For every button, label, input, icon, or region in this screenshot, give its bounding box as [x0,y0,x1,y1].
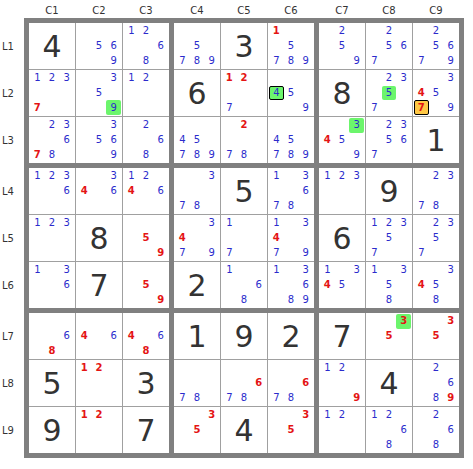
cell-L3C5[interactable]: 278 [221,117,267,163]
cell-L9C9[interactable]: 268 [413,407,459,453]
cell-L7C6[interactable]: 2 [268,313,314,359]
candidate-empty [396,147,411,162]
candidate-empty [284,184,299,199]
candidate-empty [320,376,335,391]
candidate-empty [414,361,429,376]
candidate-empty [349,278,364,293]
candidate-grid: 3458 [413,262,459,308]
candidate-empty [269,292,284,307]
candidate-empty [284,24,299,39]
corner-spacer [2,2,24,18]
candidate-empty [320,39,335,54]
cell-L6C1[interactable]: 136 [29,262,75,308]
candidate-7: 7 [175,390,190,405]
candidate-empty [443,329,458,344]
cell-L4C7[interactable]: 123 [319,168,365,214]
candidate-1: 1 [320,169,335,184]
cell-L2C7[interactable]: 8 [319,70,365,116]
candidate-5: 5 [92,86,107,101]
candidate-empty [77,198,92,213]
candidate-empty [190,231,205,246]
candidate-empty [429,100,444,115]
candidate-empty [30,314,45,329]
candidate-empty [269,361,284,376]
candidate-empty [284,376,299,391]
cell-L6C7[interactable]: 1345 [319,262,365,308]
candidate-empty [251,292,266,307]
candidate-empty [237,263,252,278]
row-label-L6: L6 [2,262,24,308]
candidate-6: 6 [153,184,168,199]
cell-L4C8[interactable]: 9 [366,168,412,214]
candidate-grid: 123 [319,168,365,214]
candidate-6: 6 [443,39,458,54]
candidate-empty [429,376,444,391]
row-label-L8: L8 [2,360,24,406]
candidate-2: 2 [335,24,350,39]
candidate-empty [367,24,382,39]
candidate-3: 3 [349,263,364,278]
candidate-3-eliminated: 3 [204,408,219,423]
candidate-empty [298,133,313,148]
cell-L1C6[interactable]: 15789 [268,23,314,69]
candidate-2: 2 [382,216,397,231]
candidate-5-eliminated: 5 [429,329,444,344]
cell-L2C9[interactable]: 34579 [413,70,459,116]
box-2: 578931578961274594578927845789 [174,23,314,163]
candidate-empty [429,263,444,278]
cell-L7C1[interactable]: 68 [29,313,75,359]
candidate-grid: 3459 [319,117,365,163]
cell-L9C7[interactable]: 12 [319,407,365,453]
candidate-1: 1 [367,263,382,278]
candidate-empty [382,100,397,115]
column-label-C1: C1 [29,4,75,18]
candidate-9: 9 [204,53,219,68]
candidate-2: 2 [335,169,350,184]
row-label-L5: L5 [2,215,24,261]
candidate-empty [204,390,219,405]
cell-L7C7[interactable]: 7 [319,313,365,359]
candidate-5-eliminated: 5 [190,423,205,438]
cell-L5C1[interactable]: 123 [29,215,75,261]
candidate-empty [367,314,382,329]
candidate-empty [92,100,107,115]
candidate-5: 5 [92,133,107,148]
cell-L6C8[interactable]: 1358 [366,262,412,308]
candidate-grid: 12357 [366,215,412,261]
candidate-4-eliminated: 4 [77,329,92,344]
candidate-2: 2 [429,216,444,231]
candidate-empty [124,343,139,358]
big-digit: 1 [426,123,445,158]
candidate-empty [237,100,252,115]
candidate-empty [59,343,74,358]
candidate-empty [298,118,313,133]
candidate-grid: 78 [174,360,220,406]
candidate-empty [251,216,266,231]
candidate-3: 3 [59,71,74,86]
cell-L4C4[interactable]: 378 [174,168,220,214]
cell-L2C8[interactable]: 2357 [366,70,412,116]
candidate-6-eliminated: 6 [298,376,313,391]
cell-L8C7[interactable]: 129 [319,360,365,406]
cell-L6C5[interactable]: 168 [221,262,267,308]
cell-L7C9[interactable]: 35 [413,313,459,359]
candidate-empty [139,263,154,278]
candidate-empty [349,376,364,391]
candidate-empty [414,216,429,231]
candidate-empty [335,198,350,213]
candidate-1: 1 [30,263,45,278]
candidate-empty [237,216,252,231]
candidate-empty [367,133,382,148]
candidate-empty [414,314,429,329]
candidate-empty [190,184,205,199]
candidate-empty [284,245,299,260]
cell-L3C7[interactable]: 3459 [319,117,365,163]
column-label-C7: C7 [319,4,365,18]
candidate-empty [30,184,45,199]
cell-L7C8[interactable]: 35 [366,313,412,359]
candidate-empty [124,198,139,213]
candidate-empty [124,314,139,329]
cell-L3C9[interactable]: 1 [413,117,459,163]
cell-L2C2[interactable]: 359 [76,70,122,116]
candidate-9: 9 [298,147,313,162]
candidate-1-eliminated: 1 [222,71,237,86]
big-digit: 2 [281,319,300,354]
candidate-empty [320,147,335,162]
candidate-empty [106,390,121,405]
candidate-grid: 2378 [413,168,459,214]
candidate-empty [367,118,382,133]
cell-L5C4[interactable]: 3479 [174,215,220,261]
candidate-7: 7 [367,147,382,162]
candidate-empty [443,198,458,213]
candidate-4-eliminated: 4 [414,86,429,101]
candidate-empty [77,147,92,162]
candidate-5: 5 [92,39,107,54]
candidate-empty [298,86,313,101]
candidate-empty [335,390,350,405]
candidate-empty [30,245,45,260]
cell-L9C2[interactable]: 12 [76,407,122,453]
cell-L4C9[interactable]: 2378 [413,168,459,214]
candidate-grid: 35 [174,407,220,453]
cell-L8C2[interactable]: 12 [76,360,122,406]
cell-L9C3[interactable]: 7 [123,407,169,453]
cell-L5C7[interactable]: 6 [319,215,365,261]
candidate-empty [335,184,350,199]
candidate-grid: 2357 [366,70,412,116]
candidate-empty [175,361,190,376]
cell-L1C5[interactable]: 3 [221,23,267,69]
candidate-empty [124,147,139,162]
cell-L6C2[interactable]: 7 [76,262,122,308]
cell-L4C2[interactable]: 346 [76,168,122,214]
cell-L8C8[interactable]: 4 [366,360,412,406]
candidate-7: 7 [367,53,382,68]
candidate-empty [335,147,350,162]
candidate-3: 3 [298,216,313,231]
candidate-empty [349,24,364,39]
cell-L3C8[interactable]: 23567 [366,117,412,163]
candidate-empty [124,278,139,293]
candidate-4-eliminated: 4 [175,231,190,246]
candidate-empty [298,437,313,452]
cell-L4C3[interactable]: 1246 [123,168,169,214]
candidate-empty [30,231,45,246]
candidate-grid: 678 [221,360,267,406]
candidate-empty [30,198,45,213]
cell-L2C1[interactable]: 1237 [29,70,75,116]
candidate-7: 7 [367,245,382,260]
cell-L3C1[interactable]: 23678 [29,117,75,163]
candidate-empty [298,198,313,213]
cell-L3C3[interactable]: 268 [123,117,169,163]
candidate-1: 1 [30,71,45,86]
cell-L5C3[interactable]: 59 [123,215,169,261]
candidate-empty [204,423,219,438]
cell-L7C4[interactable]: 1 [174,313,220,359]
candidate-9-eliminated: 9 [349,390,364,405]
cell-L8C9[interactable]: 2689 [413,360,459,406]
cell-L7C5[interactable]: 9 [221,313,267,359]
candidate-empty [204,184,219,199]
candidate-empty [222,278,237,293]
candidate-empty [269,278,284,293]
cell-L7C3[interactable]: 468 [123,313,169,359]
candidate-9: 9 [298,53,313,68]
candidate-2-eliminated: 2 [237,118,252,133]
candidate-6: 6 [59,329,74,344]
cell-L4C6[interactable]: 13678 [268,168,314,214]
candidate-grid: 678 [268,360,314,406]
cell-L1C8[interactable]: 2567 [366,23,412,69]
candidate-grid: 1236 [29,168,75,214]
candidate-empty [298,39,313,54]
candidate-empty [284,71,299,86]
candidate-3: 3 [349,169,364,184]
candidate-empty [251,71,266,86]
candidate-5: 5 [335,133,350,148]
candidate-empty [284,361,299,376]
candidate-empty [414,329,429,344]
cell-L5C9[interactable]: 2357 [413,215,459,261]
cell-L6C4[interactable]: 2 [174,262,220,308]
big-digit: 6 [187,76,206,111]
cell-L2C6[interactable]: 459 [268,70,314,116]
candidate-empty [139,86,154,101]
candidate-grid: 68 [29,313,75,359]
candidate-empty [124,216,139,231]
cell-L6C3[interactable]: 59 [123,262,169,308]
candidate-grid: 15789 [268,23,314,69]
candidate-empty [106,86,121,101]
candidate-empty [106,437,121,452]
label-group: C7C8C9 [319,4,459,18]
candidate-empty [251,147,266,162]
candidate-grid: 1268 [123,23,169,69]
candidate-empty [139,216,154,231]
candidate-5: 5 [284,133,299,148]
candidate-empty [153,118,168,133]
cell-L5C6[interactable]: 13479 [268,215,314,261]
candidate-empty [269,39,284,54]
label-group: C4C5C6 [174,4,314,18]
cell-L1C7[interactable]: 259 [319,23,365,69]
candidate-4-highlighted: 4 [269,86,284,101]
cell-L9C1[interactable]: 9 [29,407,75,453]
cell-L3C4[interactable]: 45789 [174,117,220,163]
cell-L7C2[interactable]: 46 [76,313,122,359]
candidate-7: 7 [222,245,237,260]
candidate-empty [414,24,429,39]
candidate-empty [92,314,107,329]
big-digit: 9 [42,413,61,448]
candidate-empty [396,24,411,39]
cell-L5C8[interactable]: 12357 [366,215,412,261]
candidate-6: 6 [106,329,121,344]
candidate-empty [45,292,60,307]
candidate-empty [204,118,219,133]
box-3: 25925672567982357345793459235671 [319,23,459,163]
cell-L8C1[interactable]: 5 [29,360,75,406]
candidate-3: 3 [59,118,74,133]
candidate-grid: 25679 [413,23,459,69]
cell-L2C3[interactable]: 12 [123,70,169,116]
big-digit: 7 [332,319,351,354]
candidate-grid: 468 [123,313,169,359]
candidate-7: 7 [222,147,237,162]
candidate-grid: 3479 [174,215,220,261]
candidate-empty [443,343,458,358]
candidate-empty [414,408,429,423]
row-label-L1: L1 [2,23,24,69]
cell-L9C4[interactable]: 35 [174,407,220,453]
candidate-2-eliminated: 2 [237,71,252,86]
candidate-5: 5 [382,39,397,54]
cell-L2C4[interactable]: 6 [174,70,220,116]
candidate-empty [251,245,266,260]
cell-L5C2[interactable]: 8 [76,215,122,261]
candidate-grid: 46 [76,313,122,359]
candidate-1: 1 [269,263,284,278]
cell-L6C6[interactable]: 13689 [268,262,314,308]
candidate-grid: 59 [123,215,169,261]
candidate-2: 2 [45,71,60,86]
candidate-3: 3 [106,118,121,133]
candidate-2-eliminated: 2 [92,361,107,376]
big-digit: 5 [234,174,253,209]
box-5: 37851367834791713479216813689 [174,168,314,308]
cell-L4C5[interactable]: 5 [221,168,267,214]
big-digit: 7 [89,268,108,303]
candidate-empty [396,231,411,246]
candidate-empty [414,292,429,307]
big-digit: 3 [136,366,155,401]
candidate-4-eliminated: 4 [269,231,284,246]
cell-L9C8[interactable]: 1268 [366,407,412,453]
cell-L9C6[interactable]: 35 [268,407,314,453]
candidate-empty [367,292,382,307]
candidate-2: 2 [139,169,154,184]
cell-L3C2[interactable]: 3569 [76,117,122,163]
candidate-8: 8 [190,198,205,213]
candidate-6-eliminated: 6 [251,376,266,391]
candidate-grid: 34579 [413,70,459,116]
candidate-empty [414,71,429,86]
sudoku-board: 4569126812373591223678356926857893157896… [24,18,464,458]
column-label-C9: C9 [413,4,459,18]
cell-L2C5[interactable]: 127 [221,70,267,116]
cell-L1C1[interactable]: 4 [29,23,75,69]
candidate-5: 5 [335,39,350,54]
candidate-8: 8 [429,292,444,307]
candidate-9: 9 [106,53,121,68]
candidate-empty [443,408,458,423]
candidate-empty [106,423,121,438]
cell-L8C6[interactable]: 678 [268,360,314,406]
candidate-empty [77,133,92,148]
cell-L1C2[interactable]: 569 [76,23,122,69]
candidate-6: 6 [153,329,168,344]
candidate-empty [237,376,252,391]
candidate-8: 8 [429,390,444,405]
cell-L4C1[interactable]: 1236 [29,168,75,214]
candidate-empty [92,71,107,86]
candidate-1-eliminated: 1 [77,408,92,423]
candidate-empty [124,133,139,148]
candidate-empty [153,231,168,246]
cell-L1C3[interactable]: 1268 [123,23,169,69]
cell-L3C6[interactable]: 45789 [268,117,314,163]
cell-L8C4[interactable]: 78 [174,360,220,406]
candidate-empty [124,118,139,133]
candidate-empty [45,314,60,329]
cell-L6C9[interactable]: 3458 [413,262,459,308]
candidate-empty [349,292,364,307]
candidate-empty [77,314,92,329]
candidate-empty [92,169,107,184]
candidate-2: 2 [429,408,444,423]
candidate-empty [139,314,154,329]
candidate-empty [92,343,107,358]
cell-L8C5[interactable]: 678 [221,360,267,406]
cell-L9C5[interactable]: 4 [221,407,267,453]
candidate-grid: 459 [268,70,314,116]
candidate-8: 8 [429,198,444,213]
candidate-4-eliminated: 4 [414,278,429,293]
candidate-1: 1 [320,408,335,423]
candidate-empty [237,278,252,293]
cell-L1C9[interactable]: 25679 [413,23,459,69]
candidate-empty [414,343,429,358]
candidate-7: 7 [175,147,190,162]
candidate-empty [396,408,411,423]
candidate-empty [414,231,429,246]
cell-L5C5[interactable]: 17 [221,215,267,261]
candidate-5-eliminated: 5 [284,423,299,438]
candidate-empty [175,216,190,231]
cell-L1C4[interactable]: 5789 [174,23,220,69]
candidate-empty [298,423,313,438]
candidate-grid: 13479 [268,215,314,261]
candidate-5: 5 [190,133,205,148]
cell-L8C3[interactable]: 3 [123,360,169,406]
candidate-empty [429,245,444,260]
